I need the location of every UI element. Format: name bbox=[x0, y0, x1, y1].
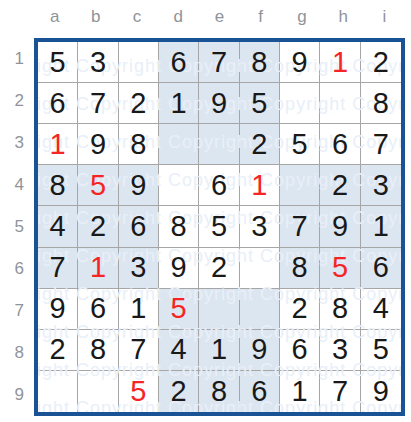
cell-digit: 8 bbox=[90, 335, 106, 364]
row-label-3: 3 bbox=[15, 133, 24, 153]
cell-f3[interactable]: 2 bbox=[240, 124, 280, 165]
cell-g4[interactable] bbox=[280, 165, 320, 206]
cell-f5[interactable]: 3 bbox=[240, 206, 280, 247]
sudoku-page: abcdefghi 123456789 53678912672195819825… bbox=[0, 0, 411, 422]
row-label-2: 2 bbox=[15, 91, 24, 111]
cell-digit: 4 bbox=[50, 212, 66, 241]
col-label-f: f bbox=[258, 7, 263, 27]
cell-f4[interactable]: 1 bbox=[240, 165, 280, 206]
cell-h9[interactable]: 7 bbox=[320, 371, 360, 412]
cell-digit: 6 bbox=[292, 335, 308, 364]
cell-digit: 9 bbox=[90, 130, 106, 159]
cell-digit: 5 bbox=[292, 130, 308, 159]
col-label-e: e bbox=[215, 7, 224, 27]
cell-digit: 6 bbox=[332, 130, 348, 159]
cell-a3[interactable]: 1 bbox=[38, 124, 78, 165]
cell-g5[interactable]: 7 bbox=[280, 206, 320, 247]
cell-digit: 5 bbox=[90, 171, 106, 200]
cell-digit: 3 bbox=[130, 253, 146, 282]
cell-i3[interactable]: 7 bbox=[361, 124, 401, 165]
cell-digit: 9 bbox=[171, 253, 187, 282]
sudoku-board: 5367891267219581982567859612342685379171… bbox=[34, 38, 405, 416]
cell-i7[interactable]: 4 bbox=[361, 289, 401, 330]
cell-h5[interactable]: 9 bbox=[320, 206, 360, 247]
cell-digit: 8 bbox=[292, 253, 308, 282]
cell-b8[interactable]: 8 bbox=[78, 330, 118, 371]
row-label-7: 7 bbox=[15, 301, 24, 321]
cell-digit: 6 bbox=[50, 89, 66, 118]
col-label-b: b bbox=[91, 7, 100, 27]
cell-digit: 6 bbox=[90, 294, 106, 323]
cell-digit: 5 bbox=[332, 253, 348, 282]
cell-digit: 9 bbox=[211, 89, 227, 118]
cell-f9[interactable]: 6 bbox=[240, 371, 280, 412]
cell-g7[interactable]: 2 bbox=[280, 289, 320, 330]
cell-c5[interactable]: 6 bbox=[119, 206, 159, 247]
cell-i2[interactable]: 8 bbox=[361, 83, 401, 124]
cell-i9[interactable]: 9 bbox=[361, 371, 401, 412]
cell-digit: 9 bbox=[50, 294, 66, 323]
cell-b4[interactable]: 5 bbox=[78, 165, 118, 206]
cell-g6[interactable]: 8 bbox=[280, 248, 320, 289]
cell-b3[interactable]: 9 bbox=[78, 124, 118, 165]
cell-digit: 2 bbox=[211, 253, 227, 282]
cell-g1[interactable]: 9 bbox=[280, 42, 320, 83]
col-label-d: d bbox=[174, 7, 183, 27]
sudoku-grid: 5367891267219581982567859612342685379171… bbox=[38, 42, 401, 412]
cell-digit: 3 bbox=[251, 212, 267, 241]
cell-h8[interactable]: 3 bbox=[320, 330, 360, 371]
cell-a7[interactable]: 9 bbox=[38, 289, 78, 330]
row-label-5: 5 bbox=[15, 217, 24, 237]
cell-h1[interactable]: 1 bbox=[320, 42, 360, 83]
cell-d8[interactable]: 4 bbox=[159, 330, 199, 371]
cell-f8[interactable]: 9 bbox=[240, 330, 280, 371]
cell-c4[interactable]: 9 bbox=[119, 165, 159, 206]
cell-digit: 4 bbox=[171, 335, 187, 364]
cell-e3[interactable] bbox=[199, 124, 239, 165]
cell-d4[interactable] bbox=[159, 165, 199, 206]
cell-i6[interactable]: 6 bbox=[361, 248, 401, 289]
cell-digit: 5 bbox=[251, 89, 267, 118]
cell-digit: 9 bbox=[130, 171, 146, 200]
cell-digit: 3 bbox=[90, 48, 106, 77]
cell-i8[interactable]: 5 bbox=[361, 330, 401, 371]
cell-digit: 2 bbox=[50, 335, 66, 364]
cell-digit: 2 bbox=[251, 130, 267, 159]
cell-digit: 8 bbox=[251, 48, 267, 77]
cell-b5[interactable]: 2 bbox=[78, 206, 118, 247]
cell-digit: 1 bbox=[130, 294, 146, 323]
cell-d2[interactable]: 1 bbox=[159, 83, 199, 124]
cell-g8[interactable]: 6 bbox=[280, 330, 320, 371]
cell-digit: 7 bbox=[50, 253, 66, 282]
cell-e2[interactable]: 9 bbox=[199, 83, 239, 124]
cell-d6[interactable]: 9 bbox=[159, 248, 199, 289]
col-label-a: a bbox=[50, 7, 59, 27]
cell-digit: 9 bbox=[373, 377, 389, 406]
cell-g9[interactable]: 1 bbox=[280, 371, 320, 412]
cell-c9[interactable]: 5 bbox=[119, 371, 159, 412]
row-label-4: 4 bbox=[15, 175, 24, 195]
row-label-9: 9 bbox=[15, 385, 24, 405]
cell-digit: 7 bbox=[211, 48, 227, 77]
cell-digit: 8 bbox=[171, 212, 187, 241]
cell-a5[interactable]: 4 bbox=[38, 206, 78, 247]
cell-b7[interactable]: 6 bbox=[78, 289, 118, 330]
cell-digit: 5 bbox=[50, 48, 66, 77]
cell-digit: 1 bbox=[171, 89, 187, 118]
cell-digit: 2 bbox=[373, 48, 389, 77]
cell-digit: 2 bbox=[130, 89, 146, 118]
cell-digit: 5 bbox=[130, 377, 146, 406]
cell-i5[interactable]: 1 bbox=[361, 206, 401, 247]
row-label-8: 8 bbox=[15, 343, 24, 363]
cell-digit: 1 bbox=[90, 253, 106, 282]
cell-digit: 9 bbox=[332, 212, 348, 241]
cell-b1[interactable]: 3 bbox=[78, 42, 118, 83]
cell-digit: 5 bbox=[171, 294, 187, 323]
cell-digit: 6 bbox=[171, 48, 187, 77]
cell-f1[interactable]: 8 bbox=[240, 42, 280, 83]
cell-g2[interactable] bbox=[280, 83, 320, 124]
cell-digit: 8 bbox=[211, 377, 227, 406]
cell-digit: 6 bbox=[211, 171, 227, 200]
cell-digit: 6 bbox=[130, 212, 146, 241]
cell-digit: 8 bbox=[50, 171, 66, 200]
cell-digit: 5 bbox=[373, 335, 389, 364]
cell-digit: 5 bbox=[211, 212, 227, 241]
cell-digit: 1 bbox=[211, 335, 227, 364]
cell-digit: 8 bbox=[373, 89, 389, 118]
cell-c2[interactable]: 2 bbox=[119, 83, 159, 124]
cell-digit: 6 bbox=[251, 377, 267, 406]
cell-digit: 3 bbox=[332, 335, 348, 364]
col-label-h: h bbox=[338, 7, 347, 27]
cell-digit: 2 bbox=[90, 212, 106, 241]
row-labels: 123456789 bbox=[0, 38, 24, 416]
cell-a2[interactable]: 6 bbox=[38, 83, 78, 124]
cell-digit: 1 bbox=[332, 48, 348, 77]
cell-d7[interactable]: 5 bbox=[159, 289, 199, 330]
cell-h3[interactable]: 6 bbox=[320, 124, 360, 165]
cell-digit: 1 bbox=[251, 171, 267, 200]
cell-h2[interactable] bbox=[320, 83, 360, 124]
cell-digit: 7 bbox=[373, 130, 389, 159]
cell-f2[interactable]: 5 bbox=[240, 83, 280, 124]
row-label-6: 6 bbox=[15, 259, 24, 279]
cell-a9[interactable] bbox=[38, 371, 78, 412]
cell-e9[interactable]: 8 bbox=[199, 371, 239, 412]
cell-e4[interactable]: 6 bbox=[199, 165, 239, 206]
cell-a1[interactable]: 5 bbox=[38, 42, 78, 83]
cell-d1[interactable]: 6 bbox=[159, 42, 199, 83]
cell-digit: 1 bbox=[373, 212, 389, 241]
cell-b6[interactable]: 1 bbox=[78, 248, 118, 289]
cell-digit: 8 bbox=[332, 294, 348, 323]
cell-h6[interactable]: 5 bbox=[320, 248, 360, 289]
cell-d9[interactable]: 2 bbox=[159, 371, 199, 412]
cell-digit: 2 bbox=[292, 294, 308, 323]
cell-digit: 2 bbox=[171, 377, 187, 406]
cell-a8[interactable]: 2 bbox=[38, 330, 78, 371]
cell-i1[interactable]: 2 bbox=[361, 42, 401, 83]
cell-e1[interactable]: 7 bbox=[199, 42, 239, 83]
cell-digit: 2 bbox=[332, 171, 348, 200]
cell-h7[interactable]: 8 bbox=[320, 289, 360, 330]
cell-digit: 1 bbox=[292, 377, 308, 406]
cell-c6[interactable]: 3 bbox=[119, 248, 159, 289]
cell-f7[interactable] bbox=[240, 289, 280, 330]
cell-e8[interactable]: 1 bbox=[199, 330, 239, 371]
cell-c7[interactable]: 1 bbox=[119, 289, 159, 330]
cell-digit: 4 bbox=[373, 294, 389, 323]
cell-f6[interactable] bbox=[240, 248, 280, 289]
cell-c1[interactable] bbox=[119, 42, 159, 83]
column-labels: abcdefghi bbox=[34, 0, 405, 34]
cell-digit: 7 bbox=[90, 89, 106, 118]
cell-i4[interactable]: 3 bbox=[361, 165, 401, 206]
cell-digit: 7 bbox=[130, 335, 146, 364]
cell-digit: 9 bbox=[251, 335, 267, 364]
col-label-i: i bbox=[382, 7, 386, 27]
col-label-c: c bbox=[133, 7, 142, 27]
cell-digit: 9 bbox=[292, 48, 308, 77]
col-label-g: g bbox=[297, 7, 306, 27]
cell-digit: 8 bbox=[130, 130, 146, 159]
cell-e7[interactable] bbox=[199, 289, 239, 330]
cell-c3[interactable]: 8 bbox=[119, 124, 159, 165]
cell-digit: 3 bbox=[373, 171, 389, 200]
cell-digit: 6 bbox=[373, 253, 389, 282]
cell-digit: 7 bbox=[292, 212, 308, 241]
cell-d3[interactable] bbox=[159, 124, 199, 165]
cell-a6[interactable]: 7 bbox=[38, 248, 78, 289]
cell-b9[interactable] bbox=[78, 371, 118, 412]
cell-b2[interactable]: 7 bbox=[78, 83, 118, 124]
cell-d5[interactable]: 8 bbox=[159, 206, 199, 247]
cell-a4[interactable]: 8 bbox=[38, 165, 78, 206]
cell-digit: 7 bbox=[332, 377, 348, 406]
cell-c8[interactable]: 7 bbox=[119, 330, 159, 371]
row-label-1: 1 bbox=[15, 49, 24, 69]
cell-e5[interactable]: 5 bbox=[199, 206, 239, 247]
cell-g3[interactable]: 5 bbox=[280, 124, 320, 165]
cell-h4[interactable]: 2 bbox=[320, 165, 360, 206]
cell-digit: 1 bbox=[50, 130, 66, 159]
cell-e6[interactable]: 2 bbox=[199, 248, 239, 289]
